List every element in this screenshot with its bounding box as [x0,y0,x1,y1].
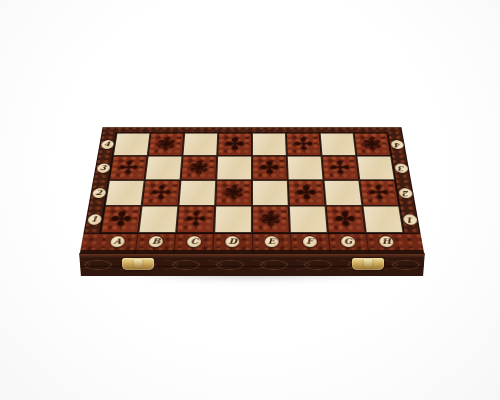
file-label-d-slot: D [213,234,252,254]
file-label-g: G [341,236,356,247]
chessboard-squares: ❃✤✣❃✣❃✤✣✣❃✤✣✤✣❃✤ [100,133,403,233]
square-e4 [252,133,287,156]
brass-clasp-right [352,258,384,270]
square-a1: ✤ [100,206,141,233]
square-e1: ❃ [252,206,290,233]
square-f1 [289,206,328,233]
square-f3 [287,156,324,180]
file-label-a: A [110,236,125,247]
rank-label-right-3: 3 [394,163,408,172]
square-h4: ❃ [354,133,392,156]
square-b4: ❃ [148,133,185,156]
file-label-d: D [226,236,240,247]
file-label-a-slot: A [97,234,137,254]
file-labels-bottom: ABCDEFGH [80,233,424,254]
file-label-g-slot: G [328,234,369,254]
file-label-e-slot: E [251,234,290,254]
file-label-h-slot: H [366,234,407,254]
square-b3 [145,156,183,180]
square-d1 [214,206,252,233]
brass-clasp-left [122,258,154,270]
square-c3: ❃ [180,156,217,180]
rank-label-right-1: 1 [402,214,417,224]
square-d2: ❃ [215,180,252,206]
file-label-b-slot: B [135,234,176,254]
square-b1 [138,206,178,233]
rank-label-right-2: 2 [398,188,413,198]
square-a2 [105,180,145,206]
square-a4 [113,133,151,156]
square-e3: ✤ [252,156,288,180]
square-d3 [216,156,252,180]
square-a3: ✣ [109,156,148,180]
rank-label-right-4: 4 [390,140,404,149]
file-label-f: F [302,236,316,247]
square-g4 [320,133,357,156]
square-h3 [356,156,395,180]
square-h1 [362,206,403,233]
square-c2 [178,180,216,206]
square-h2: ✣ [359,180,399,206]
file-label-c-slot: C [174,234,214,254]
box-front-side [76,253,428,276]
file-label-e: E [264,236,278,247]
square-f2: ✤ [288,180,326,206]
square-c1: ✣ [176,206,215,233]
rank-label-left-1: 1 [87,214,102,224]
square-d4: ✤ [217,133,252,156]
square-f4: ✣ [286,133,322,156]
file-label-f-slot: F [290,234,330,254]
product-photo: 4321 4321 ABCDEFGH ❃✤✣❃✣❃✤✣✣❃✤✣✤✣❃✤ [0,0,500,400]
chess-board-lid: 4321 4321 ABCDEFGH ❃✤✣❃✣❃✤✣✣❃✤✣✤✣❃✤ [80,127,424,254]
rank-label-left-4: 4 [100,140,114,149]
square-b2: ✣ [142,180,181,206]
square-c4 [182,133,218,156]
square-g3: ✣ [322,156,360,180]
file-label-h: H [379,236,394,247]
rank-label-left-3: 3 [96,163,110,172]
square-g2 [324,180,363,206]
square-e2 [252,180,289,206]
file-label-c: C [187,236,201,247]
square-g1: ✤ [326,206,366,233]
rank-label-left-2: 2 [91,188,106,198]
file-label-b: B [149,236,164,247]
